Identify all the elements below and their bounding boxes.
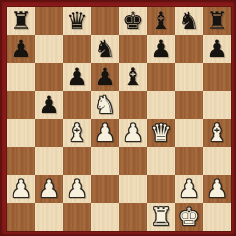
square-c6[interactable]: ♟ (63, 63, 91, 91)
black-pawn-piece[interactable]: ♟ (94, 63, 116, 91)
square-h2[interactable]: ♟ (203, 175, 231, 203)
square-d8[interactable] (91, 7, 119, 35)
square-g2[interactable]: ♟ (175, 175, 203, 203)
square-d2[interactable] (91, 175, 119, 203)
square-g7[interactable] (175, 35, 203, 63)
square-g3[interactable] (175, 147, 203, 175)
square-a8[interactable]: ♜ (7, 7, 35, 35)
square-c4[interactable]: ♝ (63, 119, 91, 147)
square-e1[interactable] (119, 203, 147, 231)
white-bishop-piece[interactable]: ♝ (206, 119, 228, 147)
square-c8[interactable]: ♛ (63, 7, 91, 35)
square-h3[interactable] (203, 147, 231, 175)
square-c2[interactable]: ♟ (63, 175, 91, 203)
square-d4[interactable]: ♟ (91, 119, 119, 147)
black-rook-piece[interactable]: ♜ (10, 7, 32, 35)
square-b4[interactable] (35, 119, 63, 147)
square-e7[interactable] (119, 35, 147, 63)
white-knight-piece[interactable]: ♞ (94, 91, 116, 119)
black-pawn-piece[interactable]: ♟ (38, 91, 60, 119)
square-e5[interactable] (119, 91, 147, 119)
square-h1[interactable] (203, 203, 231, 231)
white-pawn-piece[interactable]: ♟ (206, 175, 228, 203)
white-king-piece[interactable]: ♚ (178, 203, 200, 231)
square-f7[interactable]: ♟ (147, 35, 175, 63)
square-h8[interactable]: ♜ (203, 7, 231, 35)
square-e3[interactable] (119, 147, 147, 175)
white-pawn-piece[interactable]: ♟ (66, 175, 88, 203)
white-pawn-piece[interactable]: ♟ (38, 175, 60, 203)
square-b8[interactable] (35, 7, 63, 35)
chess-board: ♜♛♚♝♞♜♟♞♟♟♟♟♝♟♞♝♟♟♛♝♟♟♟♟♟♜♚ (7, 7, 231, 231)
square-e8[interactable]: ♚ (119, 7, 147, 35)
square-h5[interactable] (203, 91, 231, 119)
square-h6[interactable] (203, 63, 231, 91)
square-g4[interactable] (175, 119, 203, 147)
square-f5[interactable] (147, 91, 175, 119)
square-a3[interactable] (7, 147, 35, 175)
white-pawn-piece[interactable]: ♟ (122, 119, 144, 147)
white-queen-piece[interactable]: ♛ (150, 119, 172, 147)
square-d6[interactable]: ♟ (91, 63, 119, 91)
black-queen-piece[interactable]: ♛ (66, 7, 88, 35)
black-bishop-piece[interactable]: ♝ (150, 7, 172, 35)
square-c3[interactable] (63, 147, 91, 175)
square-f8[interactable]: ♝ (147, 7, 175, 35)
square-f2[interactable] (147, 175, 175, 203)
board-frame: ♜♛♚♝♞♜♟♞♟♟♟♟♝♟♞♝♟♟♛♝♟♟♟♟♟♜♚ (0, 0, 236, 236)
square-c7[interactable] (63, 35, 91, 63)
square-h4[interactable]: ♝ (203, 119, 231, 147)
square-f3[interactable] (147, 147, 175, 175)
square-e4[interactable]: ♟ (119, 119, 147, 147)
square-b3[interactable] (35, 147, 63, 175)
square-d1[interactable] (91, 203, 119, 231)
square-a2[interactable]: ♟ (7, 175, 35, 203)
square-c5[interactable] (63, 91, 91, 119)
white-pawn-piece[interactable]: ♟ (178, 175, 200, 203)
white-pawn-piece[interactable]: ♟ (10, 175, 32, 203)
black-pawn-piece[interactable]: ♟ (66, 63, 88, 91)
square-b5[interactable]: ♟ (35, 91, 63, 119)
square-h7[interactable]: ♟ (203, 35, 231, 63)
black-knight-piece[interactable]: ♞ (178, 7, 200, 35)
square-d5[interactable]: ♞ (91, 91, 119, 119)
square-a1[interactable] (7, 203, 35, 231)
square-c1[interactable] (63, 203, 91, 231)
square-b1[interactable] (35, 203, 63, 231)
square-b7[interactable] (35, 35, 63, 63)
white-bishop-piece[interactable]: ♝ (66, 119, 88, 147)
square-g6[interactable] (175, 63, 203, 91)
square-a5[interactable] (7, 91, 35, 119)
black-pawn-piece[interactable]: ♟ (10, 35, 32, 63)
square-a7[interactable]: ♟ (7, 35, 35, 63)
black-rook-piece[interactable]: ♜ (206, 7, 228, 35)
square-a4[interactable] (7, 119, 35, 147)
square-f4[interactable]: ♛ (147, 119, 175, 147)
black-pawn-piece[interactable]: ♟ (150, 35, 172, 63)
black-knight-piece[interactable]: ♞ (94, 35, 116, 63)
black-bishop-piece[interactable]: ♝ (122, 63, 144, 91)
black-king-piece[interactable]: ♚ (122, 7, 144, 35)
square-a6[interactable] (7, 63, 35, 91)
square-g1[interactable]: ♚ (175, 203, 203, 231)
square-e2[interactable] (119, 175, 147, 203)
white-rook-piece[interactable]: ♜ (150, 203, 172, 231)
square-f1[interactable]: ♜ (147, 203, 175, 231)
white-pawn-piece[interactable]: ♟ (94, 119, 116, 147)
square-b6[interactable] (35, 63, 63, 91)
square-d7[interactable]: ♞ (91, 35, 119, 63)
square-g8[interactable]: ♞ (175, 7, 203, 35)
square-f6[interactable] (147, 63, 175, 91)
square-d3[interactable] (91, 147, 119, 175)
black-pawn-piece[interactable]: ♟ (206, 35, 228, 63)
square-g5[interactable] (175, 91, 203, 119)
square-b2[interactable]: ♟ (35, 175, 63, 203)
square-e6[interactable]: ♝ (119, 63, 147, 91)
